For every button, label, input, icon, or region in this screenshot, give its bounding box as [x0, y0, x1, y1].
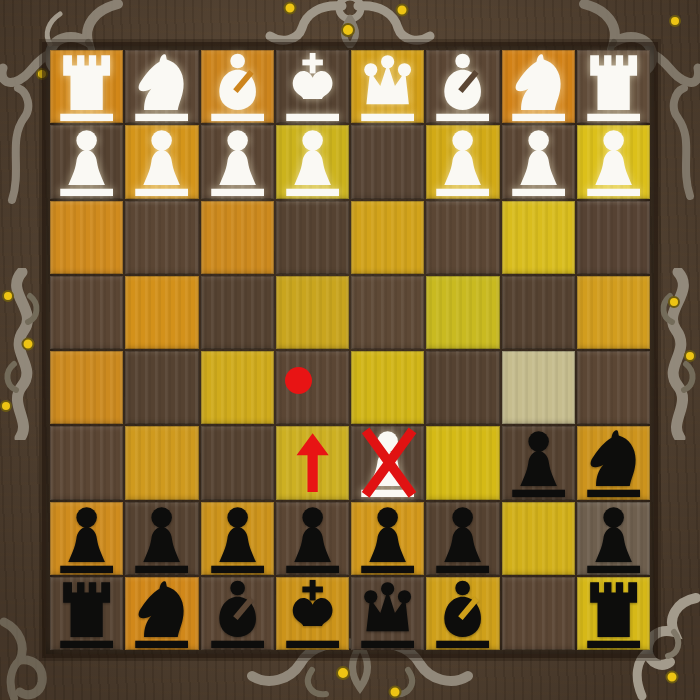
square-c5[interactable] — [426, 351, 499, 424]
piece-black-pawn[interactable] — [351, 502, 424, 575]
square-h1[interactable] — [50, 50, 123, 123]
square-f8[interactable] — [201, 577, 274, 650]
square-b7[interactable] — [502, 502, 575, 575]
square-e7[interactable] — [276, 502, 349, 575]
square-d7[interactable] — [351, 502, 424, 575]
piece-white-rook[interactable] — [50, 50, 123, 123]
piece-black-knight[interactable] — [577, 426, 650, 499]
square-a7[interactable] — [577, 502, 650, 575]
square-a5[interactable] — [577, 351, 650, 424]
square-d3[interactable] — [351, 201, 424, 274]
square-a1[interactable] — [577, 50, 650, 123]
square-g1[interactable] — [125, 50, 198, 123]
piece-white-knight[interactable] — [125, 50, 198, 123]
square-f4[interactable] — [201, 276, 274, 349]
square-h8[interactable] — [50, 577, 123, 650]
square-e6[interactable] — [276, 426, 349, 499]
square-g2[interactable] — [125, 125, 198, 198]
piece-black-bishop[interactable] — [201, 577, 274, 650]
square-a2[interactable] — [577, 125, 650, 198]
piece-white-queen[interactable] — [351, 50, 424, 123]
square-h3[interactable] — [50, 201, 123, 274]
square-a8[interactable] — [577, 577, 650, 650]
annotation-dot — [285, 367, 312, 394]
piece-black-rook[interactable] — [577, 577, 650, 650]
square-b8[interactable] — [502, 577, 575, 650]
piece-white-pawn[interactable] — [426, 125, 499, 198]
square-e2[interactable] — [276, 125, 349, 198]
square-h6[interactable] — [50, 426, 123, 499]
square-c6[interactable] — [426, 426, 499, 499]
piece-black-rook[interactable] — [50, 577, 123, 650]
square-c8[interactable] — [426, 577, 499, 650]
square-h5[interactable] — [50, 351, 123, 424]
piece-black-knight[interactable] — [125, 577, 198, 650]
square-e1[interactable] — [276, 50, 349, 123]
piece-black-pawn[interactable] — [201, 502, 274, 575]
square-g5[interactable] — [125, 351, 198, 424]
square-d1[interactable] — [351, 50, 424, 123]
piece-white-pawn[interactable] — [351, 426, 424, 499]
square-b2[interactable] — [502, 125, 575, 198]
ornament-top-center — [262, 0, 438, 48]
chess-board — [50, 50, 650, 650]
square-c3[interactable] — [426, 201, 499, 274]
square-d5[interactable] — [351, 351, 424, 424]
square-e3[interactable] — [276, 201, 349, 274]
square-d8[interactable] — [351, 577, 424, 650]
square-h2[interactable] — [50, 125, 123, 198]
piece-black-king[interactable] — [276, 577, 349, 650]
square-a6[interactable] — [577, 426, 650, 499]
board-frame — [42, 42, 658, 658]
square-g4[interactable] — [125, 276, 198, 349]
piece-black-pawn[interactable] — [577, 502, 650, 575]
square-b3[interactable] — [502, 201, 575, 274]
wooden-chess-board-photo — [0, 0, 700, 700]
square-a4[interactable] — [577, 276, 650, 349]
piece-white-king[interactable] — [276, 50, 349, 123]
square-d4[interactable] — [351, 276, 424, 349]
ornament-middle-left — [0, 268, 46, 440]
square-b6[interactable] — [502, 426, 575, 499]
square-c2[interactable] — [426, 125, 499, 198]
square-b1[interactable] — [502, 50, 575, 123]
square-h4[interactable] — [50, 276, 123, 349]
square-f2[interactable] — [201, 125, 274, 198]
piece-white-bishop[interactable] — [426, 50, 499, 123]
piece-black-pawn[interactable] — [276, 502, 349, 575]
piece-white-pawn[interactable] — [50, 125, 123, 198]
square-h7[interactable] — [50, 502, 123, 575]
square-g6[interactable] — [125, 426, 198, 499]
square-g7[interactable] — [125, 502, 198, 575]
ornament-middle-right — [654, 268, 700, 440]
square-b5[interactable] — [502, 351, 575, 424]
piece-white-pawn[interactable] — [125, 125, 198, 198]
square-c1[interactable] — [426, 50, 499, 123]
piece-white-pawn[interactable] — [502, 125, 575, 198]
piece-black-pawn[interactable] — [125, 502, 198, 575]
piece-black-pawn[interactable] — [426, 502, 499, 575]
square-g3[interactable] — [125, 201, 198, 274]
square-c7[interactable] — [426, 502, 499, 575]
square-f5[interactable] — [201, 351, 274, 424]
square-f7[interactable] — [201, 502, 274, 575]
square-e4[interactable] — [276, 276, 349, 349]
piece-white-knight[interactable] — [502, 50, 575, 123]
square-d6[interactable] — [351, 426, 424, 499]
piece-white-pawn[interactable] — [201, 125, 274, 198]
square-c4[interactable] — [426, 276, 499, 349]
piece-black-bishop[interactable] — [426, 577, 499, 650]
piece-black-pawn[interactable] — [50, 502, 123, 575]
square-a3[interactable] — [577, 201, 650, 274]
square-e8[interactable] — [276, 577, 349, 650]
square-d2[interactable] — [351, 125, 424, 198]
annotation-arrow-up — [276, 426, 349, 499]
square-b4[interactable] — [502, 276, 575, 349]
square-f6[interactable] — [201, 426, 274, 499]
square-f3[interactable] — [201, 201, 274, 274]
piece-black-queen[interactable] — [351, 577, 424, 650]
piece-black-pawn[interactable] — [502, 426, 575, 499]
piece-white-pawn[interactable] — [577, 125, 650, 198]
square-e5[interactable] — [276, 351, 349, 424]
piece-white-pawn[interactable] — [276, 125, 349, 198]
piece-white-bishop[interactable] — [201, 50, 274, 123]
square-g8[interactable] — [125, 577, 198, 650]
square-f1[interactable] — [201, 50, 274, 123]
piece-white-rook[interactable] — [577, 50, 650, 123]
